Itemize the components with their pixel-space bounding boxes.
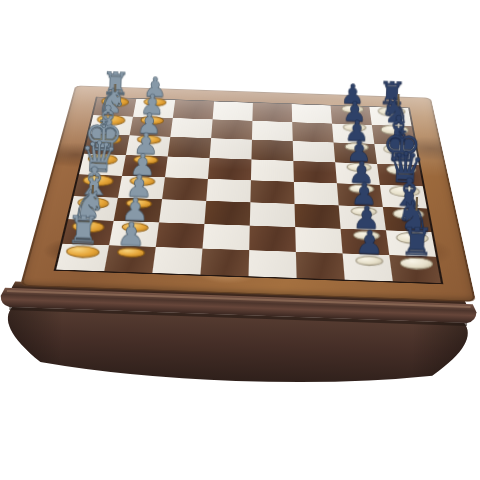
- square-d6[interactable]: [162, 177, 208, 200]
- square-g2[interactable]: [332, 124, 374, 144]
- square-c4[interactable]: [250, 202, 295, 227]
- square-b3[interactable]: [295, 227, 342, 253]
- union-rook-glyph: ♜: [392, 222, 442, 261]
- square-h3[interactable]: [292, 104, 332, 123]
- square-d4[interactable]: [250, 180, 294, 204]
- square-f5[interactable]: [210, 138, 252, 159]
- product-photo: ♜♞♝♛♚♝♞♜♟♟♟♟♟♟♟♟♟♟♟♟♟♟♟♟♜♞♝♛♚♝♞♜: [0, 0, 480, 480]
- square-e4[interactable]: [251, 159, 294, 181]
- piece-pawn-a7[interactable]: ♟: [105, 217, 155, 264]
- square-a3[interactable]: [296, 252, 345, 280]
- square-g4[interactable]: [252, 121, 293, 141]
- square-b6[interactable]: [156, 222, 205, 248]
- piece-rook-a8[interactable]: ♜: [58, 210, 109, 263]
- square-h5[interactable]: [213, 101, 253, 120]
- square-f3[interactable]: [293, 141, 335, 162]
- chess-board: ♜♞♝♛♚♝♞♜♟♟♟♟♟♟♟♟♟♟♟♟♟♟♟♟♜♞♝♛♚♝♞♜: [20, 85, 476, 302]
- perspective-scene: ♜♞♝♛♚♝♞♜♟♟♟♟♟♟♟♟♟♟♟♟♟♟♟♟♜♞♝♛♚♝♞♜: [0, 0, 480, 480]
- square-a4[interactable]: [249, 250, 297, 278]
- us-flag-icon: [398, 183, 416, 194]
- square-e5[interactable]: [208, 158, 251, 180]
- square-f4[interactable]: [251, 140, 293, 161]
- union-pawn-glyph: ♟: [344, 226, 394, 260]
- photo-tilt-wrapper: ♜♞♝♛♚♝♞♜♟♟♟♟♟♟♟♟♟♟♟♟♟♟♟♟♜♞♝♛♚♝♞♜: [0, 0, 480, 480]
- square-e3[interactable]: [293, 161, 337, 183]
- us-flag-icon: [382, 82, 397, 92]
- square-h6[interactable]: [173, 100, 214, 119]
- square-d5[interactable]: [206, 179, 251, 203]
- square-b5[interactable]: [202, 224, 249, 250]
- square-f6[interactable]: [168, 137, 211, 158]
- piece-rook-a1[interactable]: ♜: [391, 222, 442, 275]
- us-flag-canton: [400, 184, 408, 190]
- square-c5[interactable]: [204, 201, 250, 226]
- piece-pawn-a2[interactable]: ♟: [343, 226, 393, 273]
- square-h1[interactable]: [369, 107, 411, 126]
- square-a5[interactable]: [200, 249, 249, 277]
- square-g3[interactable]: [292, 122, 333, 142]
- square-h7[interactable]: [133, 99, 175, 118]
- us-flag-canton: [383, 83, 390, 88]
- square-c3[interactable]: [295, 204, 341, 229]
- confederate-pawn-glyph: ♟: [106, 217, 156, 251]
- square-c6[interactable]: [159, 199, 206, 224]
- square-h4[interactable]: [252, 103, 292, 122]
- square-a6[interactable]: [152, 247, 202, 275]
- square-b4[interactable]: [249, 226, 296, 252]
- square-d3[interactable]: [294, 182, 339, 206]
- square-h2[interactable]: [331, 106, 372, 125]
- square-h8[interactable]: [93, 97, 136, 116]
- square-g7[interactable]: [130, 117, 173, 137]
- square-e6[interactable]: [165, 157, 210, 179]
- confederate-rook-glyph: ♜: [58, 210, 108, 249]
- square-g6[interactable]: [170, 118, 212, 138]
- square-g5[interactable]: [211, 119, 252, 139]
